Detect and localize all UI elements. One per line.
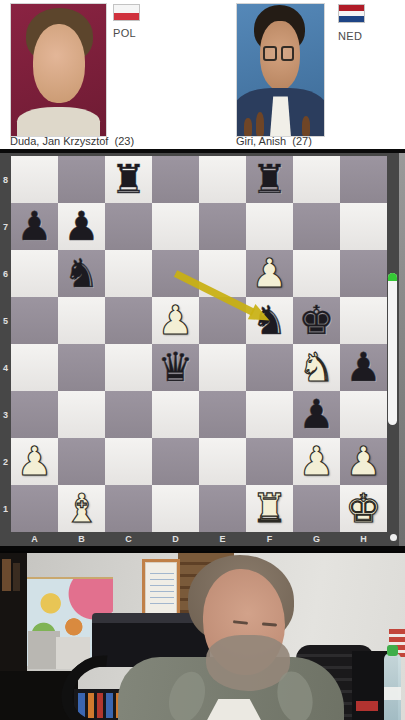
netherlands-flag-icon	[338, 4, 365, 23]
black-player-federation: NED	[338, 30, 362, 42]
square-c3[interactable]	[105, 391, 152, 438]
white-king[interactable]: ♚	[346, 485, 382, 532]
square-d5[interactable]: ♟	[152, 297, 199, 344]
certificate-text-lines	[150, 568, 174, 608]
square-h4[interactable]: ♟	[340, 344, 387, 391]
rank-label-3: 3	[0, 391, 11, 438]
square-b7[interactable]: ♟	[58, 203, 105, 250]
glasses-icon	[263, 46, 277, 61]
square-b5[interactable]	[58, 297, 105, 344]
file-label-c: C	[105, 532, 152, 546]
corner-dot[interactable]	[390, 534, 397, 541]
square-b8[interactable]	[58, 156, 105, 203]
square-h2[interactable]: ♟	[340, 438, 387, 485]
white-pawn[interactable]: ♟	[299, 438, 335, 485]
square-f7[interactable]	[246, 203, 293, 250]
white-pawn[interactable]: ♟	[17, 438, 53, 485]
square-a5[interactable]	[11, 297, 58, 344]
square-e8[interactable]	[199, 156, 246, 203]
square-g7[interactable]	[293, 203, 340, 250]
square-c2[interactable]	[105, 438, 152, 485]
black-pawn[interactable]: ♟	[346, 344, 382, 391]
flag-stripe	[339, 16, 364, 22]
square-a7[interactable]: ♟	[11, 203, 58, 250]
square-e2[interactable]	[199, 438, 246, 485]
square-d1[interactable]	[152, 485, 199, 532]
board-grid: ♜♜♟♟♞♟♟♞♚♛♞♟♟♟♟♟♝♜♚	[11, 156, 387, 532]
square-a8[interactable]	[11, 156, 58, 203]
rank-labels: 87654321	[0, 156, 11, 532]
rank-label-1: 1	[0, 485, 11, 532]
file-label-f: F	[246, 532, 293, 546]
square-g5[interactable]: ♚	[293, 297, 340, 344]
square-e1[interactable]	[199, 485, 246, 532]
square-b3[interactable]	[58, 391, 105, 438]
square-c7[interactable]	[105, 203, 152, 250]
white-player-federation: POL	[113, 27, 136, 39]
square-e6[interactable]	[199, 250, 246, 297]
file-labels: ABCDEFGH	[11, 532, 387, 546]
black-knight[interactable]: ♞	[64, 250, 100, 297]
square-g8[interactable]	[293, 156, 340, 203]
rank-label-5: 5	[0, 297, 11, 344]
black-pawn[interactable]: ♟	[299, 391, 335, 438]
poland-flag-icon	[113, 4, 140, 21]
rank-label-2: 2	[0, 438, 11, 485]
square-g6[interactable]	[293, 250, 340, 297]
white-knight[interactable]: ♞	[299, 344, 335, 391]
white-pawn[interactable]: ♟	[346, 438, 382, 485]
white-rook[interactable]: ♜	[252, 485, 288, 532]
chess-piece-silhouette	[302, 116, 310, 136]
file-label-d: D	[152, 532, 199, 546]
board-right-edge	[399, 153, 405, 546]
square-a6[interactable]	[11, 250, 58, 297]
square-h3[interactable]	[340, 391, 387, 438]
file-label-h: H	[340, 532, 387, 546]
square-a4[interactable]	[11, 344, 58, 391]
black-player-name: Giri, Anish (27)	[236, 135, 312, 147]
square-f3[interactable]	[246, 391, 293, 438]
square-f5[interactable]: ♞	[246, 297, 293, 344]
square-g4[interactable]: ♞	[293, 344, 340, 391]
rank-label-4: 4	[0, 344, 11, 391]
square-b6[interactable]: ♞	[58, 250, 105, 297]
square-d2[interactable]	[152, 438, 199, 485]
square-c1[interactable]	[105, 485, 152, 532]
square-e3[interactable]	[199, 391, 246, 438]
board-scrollbar[interactable]	[388, 273, 397, 425]
square-f8[interactable]: ♜	[246, 156, 293, 203]
square-c6[interactable]	[105, 250, 152, 297]
board-panel: 87654321 ♜♜♟♟♞♟♟♞♚♛♞♟♟♟♟♟♝♜♚ ABCDEFGH	[0, 149, 405, 551]
framed-certificate	[142, 559, 180, 617]
square-d3[interactable]	[152, 391, 199, 438]
square-d8[interactable]	[152, 156, 199, 203]
black-rook[interactable]: ♜	[111, 156, 147, 203]
white-pawn[interactable]: ♟	[252, 250, 288, 297]
black-rook[interactable]: ♜	[252, 156, 288, 203]
square-d4[interactable]: ♛	[152, 344, 199, 391]
square-c4[interactable]	[105, 344, 152, 391]
black-knight[interactable]: ♞	[252, 297, 288, 344]
square-c8[interactable]: ♜	[105, 156, 152, 203]
white-pawn[interactable]: ♟	[158, 297, 194, 344]
square-e7[interactable]	[199, 203, 246, 250]
book	[13, 563, 20, 591]
file-label-g: G	[293, 532, 340, 546]
square-g1[interactable]	[293, 485, 340, 532]
square-a1[interactable]	[11, 485, 58, 532]
square-g2[interactable]: ♟	[293, 438, 340, 485]
rank-label-6: 6	[0, 250, 11, 297]
square-g3[interactable]: ♟	[293, 391, 340, 438]
chess-piece-silhouette	[244, 118, 252, 136]
square-f4[interactable]	[246, 344, 293, 391]
white-player-name: Duda, Jan Krzysztof (23)	[10, 135, 134, 147]
stream-layout: POL Duda, Jan Krzysztof (23) NED Giri, A…	[0, 0, 405, 720]
glasses-icon	[281, 46, 295, 61]
red-label	[356, 701, 378, 711]
player-shirt	[17, 107, 101, 137]
square-b4[interactable]	[58, 344, 105, 391]
file-label-e: E	[199, 532, 246, 546]
square-h7[interactable]	[340, 203, 387, 250]
square-d6[interactable]	[152, 250, 199, 297]
webcam-view	[0, 551, 405, 720]
black-queen[interactable]: ♛	[158, 344, 194, 391]
square-h6[interactable]	[340, 250, 387, 297]
black-player-photo	[236, 3, 325, 137]
square-b2[interactable]	[58, 438, 105, 485]
black-king[interactable]: ♚	[299, 297, 335, 344]
flag-stripe	[114, 5, 139, 13]
white-player-photo	[10, 3, 107, 137]
square-b1[interactable]: ♝	[58, 485, 105, 532]
square-h8[interactable]	[340, 156, 387, 203]
file-label-b: B	[58, 532, 105, 546]
bottle-label	[384, 687, 401, 700]
square-f6[interactable]: ♟	[246, 250, 293, 297]
book	[2, 559, 11, 591]
board-top-border	[0, 149, 405, 153]
black-pawn[interactable]: ♟	[64, 203, 100, 250]
chess-piece-silhouette	[256, 112, 264, 136]
square-h5[interactable]	[340, 297, 387, 344]
square-h1[interactable]: ♚	[340, 485, 387, 532]
players-bar: POL Duda, Jan Krzysztof (23) NED Giri, A…	[0, 0, 405, 149]
player-shirt	[270, 96, 291, 136]
rank-label-7: 7	[0, 203, 11, 250]
rank-label-8: 8	[0, 156, 11, 203]
file-label-a: A	[11, 532, 58, 546]
square-a3[interactable]	[11, 391, 58, 438]
square-e5[interactable]	[199, 297, 246, 344]
square-e4[interactable]	[199, 344, 246, 391]
square-f1[interactable]: ♜	[246, 485, 293, 532]
white-bishop[interactable]: ♝	[64, 485, 100, 532]
square-c5[interactable]	[105, 297, 152, 344]
player-face	[33, 24, 85, 103]
flag-stripe	[114, 13, 139, 21]
square-d7[interactable]	[152, 203, 199, 250]
bottle-cap	[387, 645, 398, 656]
black-pawn[interactable]: ♟	[17, 203, 53, 250]
square-f2[interactable]	[246, 438, 293, 485]
scrollbar-tip	[388, 273, 397, 281]
square-a2[interactable]: ♟	[11, 438, 58, 485]
